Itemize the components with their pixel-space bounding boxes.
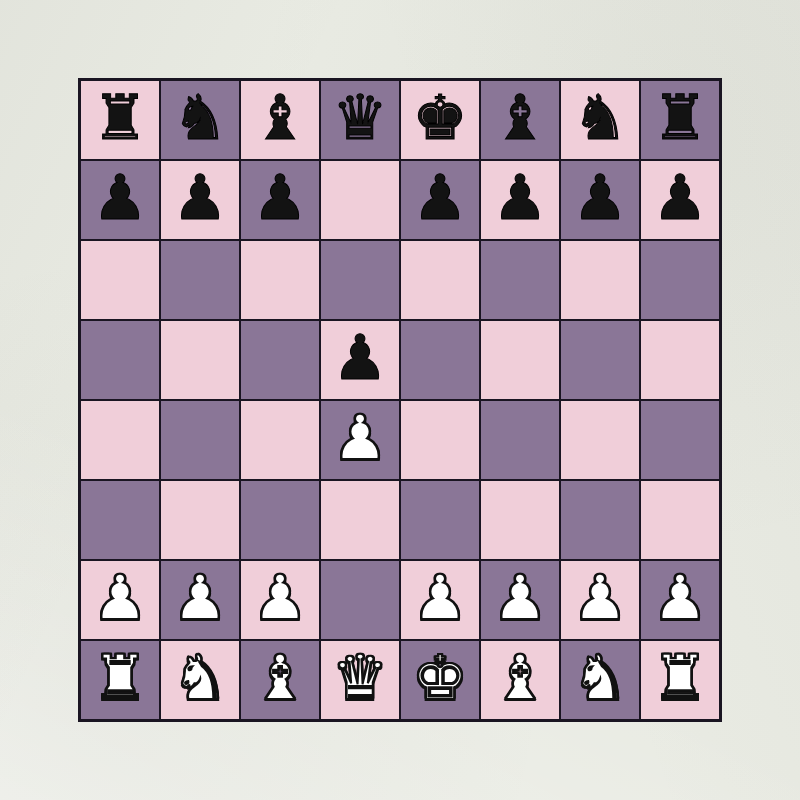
piece-white-pawn[interactable]: ♟ bbox=[572, 567, 628, 629]
square-d2[interactable] bbox=[320, 560, 400, 640]
piece-white-king[interactable]: ♚ bbox=[412, 647, 468, 709]
square-c8[interactable]: ♝ bbox=[240, 80, 320, 160]
piece-white-pawn[interactable]: ♟ bbox=[412, 567, 468, 629]
square-d3[interactable] bbox=[320, 480, 400, 560]
piece-black-bishop[interactable]: ♝ bbox=[252, 87, 308, 149]
square-c6[interactable] bbox=[240, 240, 320, 320]
square-d1[interactable]: ♛ bbox=[320, 640, 400, 720]
square-g1[interactable]: ♞ bbox=[560, 640, 640, 720]
square-e3[interactable] bbox=[400, 480, 480, 560]
square-h1[interactable]: ♜ bbox=[640, 640, 720, 720]
piece-white-bishop[interactable]: ♝ bbox=[492, 647, 548, 709]
square-d4[interactable]: ♟ bbox=[320, 400, 400, 480]
square-e6[interactable] bbox=[400, 240, 480, 320]
piece-white-pawn[interactable]: ♟ bbox=[492, 567, 548, 629]
square-e2[interactable]: ♟ bbox=[400, 560, 480, 640]
square-f7[interactable]: ♟ bbox=[480, 160, 560, 240]
square-g2[interactable]: ♟ bbox=[560, 560, 640, 640]
piece-white-queen[interactable]: ♛ bbox=[332, 647, 388, 709]
piece-black-pawn[interactable]: ♟ bbox=[572, 167, 628, 229]
square-h8[interactable]: ♜ bbox=[640, 80, 720, 160]
chess-board: ♜♞♝♛♚♝♞♜♟♟♟♟♟♟♟♟♟♟♟♟♟♟♟♟♜♞♝♛♚♝♞♜ bbox=[78, 78, 722, 722]
piece-black-knight[interactable]: ♞ bbox=[172, 87, 228, 149]
piece-white-knight[interactable]: ♞ bbox=[572, 647, 628, 709]
square-h4[interactable] bbox=[640, 400, 720, 480]
piece-black-pawn[interactable]: ♟ bbox=[412, 167, 468, 229]
square-a3[interactable] bbox=[80, 480, 160, 560]
square-h7[interactable]: ♟ bbox=[640, 160, 720, 240]
piece-white-pawn[interactable]: ♟ bbox=[92, 567, 148, 629]
square-a4[interactable] bbox=[80, 400, 160, 480]
square-f1[interactable]: ♝ bbox=[480, 640, 560, 720]
square-d5[interactable]: ♟ bbox=[320, 320, 400, 400]
square-a2[interactable]: ♟ bbox=[80, 560, 160, 640]
piece-white-pawn[interactable]: ♟ bbox=[252, 567, 308, 629]
square-b6[interactable] bbox=[160, 240, 240, 320]
piece-black-pawn[interactable]: ♟ bbox=[492, 167, 548, 229]
square-g3[interactable] bbox=[560, 480, 640, 560]
square-a6[interactable] bbox=[80, 240, 160, 320]
square-e7[interactable]: ♟ bbox=[400, 160, 480, 240]
piece-black-queen[interactable]: ♛ bbox=[332, 87, 388, 149]
square-g4[interactable] bbox=[560, 400, 640, 480]
piece-black-knight[interactable]: ♞ bbox=[572, 87, 628, 149]
piece-white-pawn[interactable]: ♟ bbox=[652, 567, 708, 629]
piece-white-pawn[interactable]: ♟ bbox=[172, 567, 228, 629]
piece-white-bishop[interactable]: ♝ bbox=[252, 647, 308, 709]
piece-black-pawn[interactable]: ♟ bbox=[172, 167, 228, 229]
square-c4[interactable] bbox=[240, 400, 320, 480]
piece-black-rook[interactable]: ♜ bbox=[92, 87, 148, 149]
square-a5[interactable] bbox=[80, 320, 160, 400]
piece-black-king[interactable]: ♚ bbox=[412, 87, 468, 149]
square-d8[interactable]: ♛ bbox=[320, 80, 400, 160]
square-b1[interactable]: ♞ bbox=[160, 640, 240, 720]
square-a8[interactable]: ♜ bbox=[80, 80, 160, 160]
square-b2[interactable]: ♟ bbox=[160, 560, 240, 640]
square-h6[interactable] bbox=[640, 240, 720, 320]
square-f2[interactable]: ♟ bbox=[480, 560, 560, 640]
square-c1[interactable]: ♝ bbox=[240, 640, 320, 720]
square-g6[interactable] bbox=[560, 240, 640, 320]
piece-white-rook[interactable]: ♜ bbox=[652, 647, 708, 709]
square-d7[interactable] bbox=[320, 160, 400, 240]
square-c3[interactable] bbox=[240, 480, 320, 560]
square-b8[interactable]: ♞ bbox=[160, 80, 240, 160]
square-f8[interactable]: ♝ bbox=[480, 80, 560, 160]
square-c5[interactable] bbox=[240, 320, 320, 400]
square-e5[interactable] bbox=[400, 320, 480, 400]
square-b3[interactable] bbox=[160, 480, 240, 560]
paper-background: { "game": "chess", "position": { "fen": … bbox=[0, 0, 800, 800]
square-c7[interactable]: ♟ bbox=[240, 160, 320, 240]
piece-black-pawn[interactable]: ♟ bbox=[332, 327, 388, 389]
square-d6[interactable] bbox=[320, 240, 400, 320]
piece-black-pawn[interactable]: ♟ bbox=[252, 167, 308, 229]
square-a1[interactable]: ♜ bbox=[80, 640, 160, 720]
square-g8[interactable]: ♞ bbox=[560, 80, 640, 160]
piece-black-pawn[interactable]: ♟ bbox=[92, 167, 148, 229]
square-g7[interactable]: ♟ bbox=[560, 160, 640, 240]
piece-black-pawn[interactable]: ♟ bbox=[652, 167, 708, 229]
piece-black-rook[interactable]: ♜ bbox=[652, 87, 708, 149]
square-h2[interactable]: ♟ bbox=[640, 560, 720, 640]
square-f3[interactable] bbox=[480, 480, 560, 560]
square-a7[interactable]: ♟ bbox=[80, 160, 160, 240]
piece-white-pawn[interactable]: ♟ bbox=[332, 407, 388, 469]
square-h5[interactable] bbox=[640, 320, 720, 400]
piece-white-knight[interactable]: ♞ bbox=[172, 647, 228, 709]
piece-black-bishop[interactable]: ♝ bbox=[492, 87, 548, 149]
square-b7[interactable]: ♟ bbox=[160, 160, 240, 240]
square-f5[interactable] bbox=[480, 320, 560, 400]
square-e8[interactable]: ♚ bbox=[400, 80, 480, 160]
square-f6[interactable] bbox=[480, 240, 560, 320]
square-c2[interactable]: ♟ bbox=[240, 560, 320, 640]
square-h3[interactable] bbox=[640, 480, 720, 560]
piece-white-rook[interactable]: ♜ bbox=[92, 647, 148, 709]
square-f4[interactable] bbox=[480, 400, 560, 480]
square-e4[interactable] bbox=[400, 400, 480, 480]
square-e1[interactable]: ♚ bbox=[400, 640, 480, 720]
square-b4[interactable] bbox=[160, 400, 240, 480]
square-g5[interactable] bbox=[560, 320, 640, 400]
square-b5[interactable] bbox=[160, 320, 240, 400]
